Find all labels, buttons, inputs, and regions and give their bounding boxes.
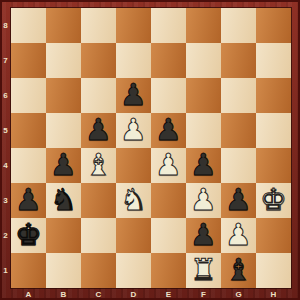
white-rook-f1: ♜ — [190, 255, 217, 285]
square-b1[interactable] — [46, 253, 81, 288]
square-e6[interactable] — [151, 78, 186, 113]
square-d4[interactable] — [116, 148, 151, 183]
rank-label-3: 3 — [0, 183, 11, 218]
square-h2[interactable] — [256, 218, 291, 253]
rank-label-8: 8 — [0, 8, 11, 43]
black-knight-b3: ♞ — [50, 185, 77, 215]
white-king-h3: ♚ — [260, 185, 287, 215]
square-c7[interactable] — [81, 43, 116, 78]
square-b6[interactable] — [46, 78, 81, 113]
square-c3[interactable] — [81, 183, 116, 218]
square-a2[interactable]: ♚ — [11, 218, 46, 253]
square-f3[interactable]: ♟ — [186, 183, 221, 218]
square-e4[interactable]: ♟ — [151, 148, 186, 183]
chess-board-frame: ♟♟♟♟♟♝♟♟♟♞♞♟♟♚♚♟♟♜♝ 87654321 ABCDEFGH — [0, 0, 300, 300]
file-label-f: F — [186, 288, 221, 300]
file-label-g: G — [221, 288, 256, 300]
black-pawn-a3: ♟ — [15, 185, 42, 215]
black-bishop-g1: ♝ — [225, 255, 252, 285]
square-c4[interactable]: ♝ — [81, 148, 116, 183]
black-pawn-e5: ♟ — [155, 115, 182, 145]
square-h5[interactable] — [256, 113, 291, 148]
square-d8[interactable] — [116, 8, 151, 43]
square-d5[interactable]: ♟ — [116, 113, 151, 148]
square-f4[interactable]: ♟ — [186, 148, 221, 183]
black-pawn-c5: ♟ — [85, 115, 112, 145]
square-b4[interactable]: ♟ — [46, 148, 81, 183]
square-f6[interactable] — [186, 78, 221, 113]
square-e1[interactable] — [151, 253, 186, 288]
square-b7[interactable] — [46, 43, 81, 78]
square-f7[interactable] — [186, 43, 221, 78]
file-label-e: E — [151, 288, 186, 300]
square-g1[interactable]: ♝ — [221, 253, 256, 288]
file-labels: ABCDEFGH — [11, 288, 291, 300]
white-pawn-d5: ♟ — [120, 115, 147, 145]
square-d3[interactable]: ♞ — [116, 183, 151, 218]
square-h6[interactable] — [256, 78, 291, 113]
square-e5[interactable]: ♟ — [151, 113, 186, 148]
square-f5[interactable] — [186, 113, 221, 148]
square-h1[interactable] — [256, 253, 291, 288]
white-pawn-f3: ♟ — [190, 185, 217, 215]
file-label-a: A — [11, 288, 46, 300]
square-d2[interactable] — [116, 218, 151, 253]
white-knight-d3: ♞ — [120, 185, 147, 215]
square-h8[interactable] — [256, 8, 291, 43]
square-g3[interactable]: ♟ — [221, 183, 256, 218]
rank-label-2: 2 — [0, 218, 11, 253]
square-e2[interactable] — [151, 218, 186, 253]
chess-board: ♟♟♟♟♟♝♟♟♟♞♞♟♟♚♚♟♟♜♝ — [11, 8, 291, 288]
black-pawn-f4: ♟ — [190, 150, 217, 180]
file-label-d: D — [116, 288, 151, 300]
square-a4[interactable] — [11, 148, 46, 183]
square-c8[interactable] — [81, 8, 116, 43]
square-g8[interactable] — [221, 8, 256, 43]
square-c5[interactable]: ♟ — [81, 113, 116, 148]
rank-label-1: 1 — [0, 253, 11, 288]
square-g4[interactable] — [221, 148, 256, 183]
square-a5[interactable] — [11, 113, 46, 148]
white-bishop-c4: ♝ — [85, 150, 112, 180]
black-king-a2: ♚ — [15, 220, 42, 250]
square-g7[interactable] — [221, 43, 256, 78]
black-pawn-g3: ♟ — [225, 185, 252, 215]
square-e7[interactable] — [151, 43, 186, 78]
square-h4[interactable] — [256, 148, 291, 183]
square-g6[interactable] — [221, 78, 256, 113]
square-f2[interactable]: ♟ — [186, 218, 221, 253]
square-b2[interactable] — [46, 218, 81, 253]
square-a3[interactable]: ♟ — [11, 183, 46, 218]
square-b5[interactable] — [46, 113, 81, 148]
black-pawn-f2: ♟ — [190, 220, 217, 250]
square-e3[interactable] — [151, 183, 186, 218]
square-g2[interactable]: ♟ — [221, 218, 256, 253]
black-pawn-b4: ♟ — [50, 150, 77, 180]
rank-label-6: 6 — [0, 78, 11, 113]
square-d7[interactable] — [116, 43, 151, 78]
rank-label-5: 5 — [0, 113, 11, 148]
square-b3[interactable]: ♞ — [46, 183, 81, 218]
rank-label-7: 7 — [0, 43, 11, 78]
square-f1[interactable]: ♜ — [186, 253, 221, 288]
file-label-c: C — [81, 288, 116, 300]
white-pawn-g2: ♟ — [225, 220, 252, 250]
square-h7[interactable] — [256, 43, 291, 78]
square-a7[interactable] — [11, 43, 46, 78]
square-h3[interactable]: ♚ — [256, 183, 291, 218]
file-label-b: B — [46, 288, 81, 300]
square-a8[interactable] — [11, 8, 46, 43]
square-b8[interactable] — [46, 8, 81, 43]
square-d6[interactable]: ♟ — [116, 78, 151, 113]
square-c2[interactable] — [81, 218, 116, 253]
square-f8[interactable] — [186, 8, 221, 43]
rank-labels: 87654321 — [0, 8, 11, 288]
square-c6[interactable] — [81, 78, 116, 113]
square-a1[interactable] — [11, 253, 46, 288]
file-label-h: H — [256, 288, 291, 300]
square-c1[interactable] — [81, 253, 116, 288]
white-pawn-e4: ♟ — [155, 150, 182, 180]
square-e8[interactable] — [151, 8, 186, 43]
square-a6[interactable] — [11, 78, 46, 113]
black-pawn-d6: ♟ — [120, 80, 147, 110]
square-d1[interactable] — [116, 253, 151, 288]
square-g5[interactable] — [221, 113, 256, 148]
rank-label-4: 4 — [0, 148, 11, 183]
